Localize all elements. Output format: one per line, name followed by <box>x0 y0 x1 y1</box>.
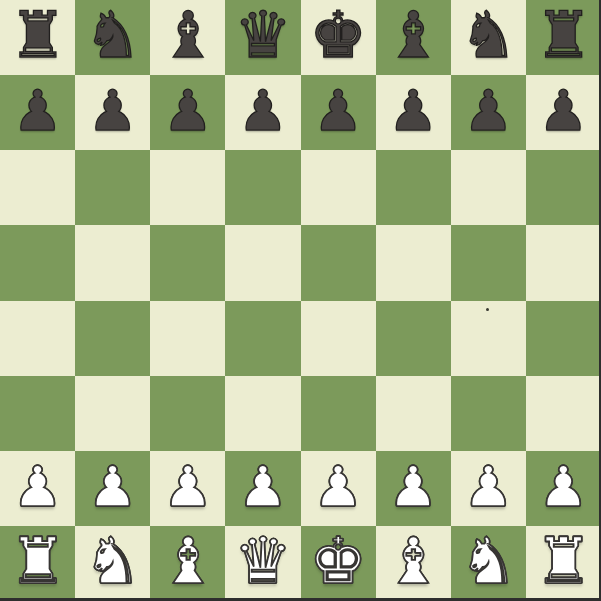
white-knight[interactable]: ♞ <box>84 526 141 599</box>
square-f2[interactable]: ♟ <box>376 451 451 526</box>
square-a1[interactable]: ♜ <box>0 526 75 601</box>
square-a3[interactable] <box>0 376 75 451</box>
square-g6[interactable] <box>451 150 526 225</box>
square-b1[interactable]: ♞ <box>75 526 150 601</box>
square-d5[interactable] <box>225 225 300 300</box>
square-e6[interactable] <box>301 150 376 225</box>
square-a7[interactable]: ♟ <box>0 75 75 150</box>
square-d7[interactable]: ♟ <box>225 75 300 150</box>
white-knight[interactable]: ♞ <box>460 526 517 599</box>
square-h1[interactable]: ♜ <box>526 526 601 601</box>
white-pawn[interactable]: ♟ <box>163 451 213 524</box>
square-g1[interactable]: ♞ <box>451 526 526 601</box>
square-d8[interactable]: ♛ <box>225 0 300 75</box>
black-pawn[interactable]: ♟ <box>163 75 213 148</box>
black-rook[interactable]: ♜ <box>9 0 66 73</box>
square-b5[interactable] <box>75 225 150 300</box>
square-d1[interactable]: ♛ <box>225 526 300 601</box>
white-bishop[interactable]: ♝ <box>159 526 216 599</box>
white-king[interactable]: ♚ <box>309 526 366 599</box>
square-e5[interactable] <box>301 225 376 300</box>
square-a4[interactable] <box>0 301 75 376</box>
black-pawn[interactable]: ♟ <box>463 75 513 148</box>
square-c1[interactable]: ♝ <box>150 526 225 601</box>
black-pawn[interactable]: ♟ <box>88 75 138 148</box>
square-e3[interactable] <box>301 376 376 451</box>
white-pawn[interactable]: ♟ <box>88 451 138 524</box>
square-d4[interactable] <box>225 301 300 376</box>
white-pawn[interactable]: ♟ <box>12 451 62 524</box>
square-e8[interactable]: ♚ <box>301 0 376 75</box>
chess-board: ♜♞♝♛♚♝♞♜♟♟♟♟♟♟♟♟♟♟♟♟♟♟♟♟♜♞♝♛♚♝♞♜ <box>0 0 601 601</box>
square-c3[interactable] <box>150 376 225 451</box>
white-rook[interactable]: ♜ <box>535 526 592 599</box>
black-bishop[interactable]: ♝ <box>385 0 442 73</box>
black-pawn[interactable]: ♟ <box>12 75 62 148</box>
black-pawn[interactable]: ♟ <box>238 75 288 148</box>
square-c5[interactable] <box>150 225 225 300</box>
black-pawn[interactable]: ♟ <box>313 75 363 148</box>
square-a5[interactable] <box>0 225 75 300</box>
square-f6[interactable] <box>376 150 451 225</box>
square-e2[interactable]: ♟ <box>301 451 376 526</box>
stray-dot <box>486 308 489 311</box>
black-pawn[interactable]: ♟ <box>538 75 588 148</box>
square-h6[interactable] <box>526 150 601 225</box>
square-c2[interactable]: ♟ <box>150 451 225 526</box>
square-f7[interactable]: ♟ <box>376 75 451 150</box>
square-g5[interactable] <box>451 225 526 300</box>
square-f4[interactable] <box>376 301 451 376</box>
white-bishop[interactable]: ♝ <box>385 526 442 599</box>
white-pawn[interactable]: ♟ <box>238 451 288 524</box>
square-h8[interactable]: ♜ <box>526 0 601 75</box>
square-f5[interactable] <box>376 225 451 300</box>
square-b2[interactable]: ♟ <box>75 451 150 526</box>
square-b7[interactable]: ♟ <box>75 75 150 150</box>
white-pawn[interactable]: ♟ <box>538 451 588 524</box>
square-g8[interactable]: ♞ <box>451 0 526 75</box>
chess-app-window: ♜♞♝♛♚♝♞♜♟♟♟♟♟♟♟♟♟♟♟♟♟♟♟♟♜♞♝♛♚♝♞♜ <box>0 0 601 601</box>
black-rook[interactable]: ♜ <box>535 0 592 73</box>
white-rook[interactable]: ♜ <box>9 526 66 599</box>
square-c8[interactable]: ♝ <box>150 0 225 75</box>
black-knight[interactable]: ♞ <box>84 0 141 73</box>
square-e7[interactable]: ♟ <box>301 75 376 150</box>
square-d3[interactable] <box>225 376 300 451</box>
square-e4[interactable] <box>301 301 376 376</box>
black-knight[interactable]: ♞ <box>460 0 517 73</box>
square-c7[interactable]: ♟ <box>150 75 225 150</box>
square-h4[interactable] <box>526 301 601 376</box>
square-a8[interactable]: ♜ <box>0 0 75 75</box>
white-pawn[interactable]: ♟ <box>463 451 513 524</box>
white-pawn[interactable]: ♟ <box>388 451 438 524</box>
square-f1[interactable]: ♝ <box>376 526 451 601</box>
black-bishop[interactable]: ♝ <box>159 0 216 73</box>
white-queen[interactable]: ♛ <box>234 526 291 599</box>
black-king[interactable]: ♚ <box>309 0 366 73</box>
square-b8[interactable]: ♞ <box>75 0 150 75</box>
square-h2[interactable]: ♟ <box>526 451 601 526</box>
black-pawn[interactable]: ♟ <box>388 75 438 148</box>
square-h7[interactable]: ♟ <box>526 75 601 150</box>
square-a6[interactable] <box>0 150 75 225</box>
square-g3[interactable] <box>451 376 526 451</box>
square-d2[interactable]: ♟ <box>225 451 300 526</box>
white-pawn[interactable]: ♟ <box>313 451 363 524</box>
square-a2[interactable]: ♟ <box>0 451 75 526</box>
black-queen[interactable]: ♛ <box>234 0 291 73</box>
square-h5[interactable] <box>526 225 601 300</box>
square-b4[interactable] <box>75 301 150 376</box>
square-c4[interactable] <box>150 301 225 376</box>
square-b6[interactable] <box>75 150 150 225</box>
square-e1[interactable]: ♚ <box>301 526 376 601</box>
square-f3[interactable] <box>376 376 451 451</box>
square-h3[interactable] <box>526 376 601 451</box>
square-d6[interactable] <box>225 150 300 225</box>
square-g2[interactable]: ♟ <box>451 451 526 526</box>
square-c6[interactable] <box>150 150 225 225</box>
square-g4[interactable] <box>451 301 526 376</box>
square-f8[interactable]: ♝ <box>376 0 451 75</box>
square-b3[interactable] <box>75 376 150 451</box>
square-g7[interactable]: ♟ <box>451 75 526 150</box>
